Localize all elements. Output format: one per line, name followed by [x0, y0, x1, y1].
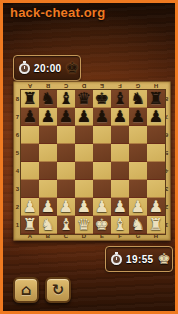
square-f7[interactable]: ♟: [111, 108, 129, 126]
square-d5[interactable]: [75, 144, 93, 162]
square-f6[interactable]: [111, 126, 129, 144]
rank-label: 2: [14, 198, 21, 216]
watermark-text: hack-cheat.org: [10, 5, 105, 20]
file-label: A: [21, 233, 39, 240]
piece-white-bishop[interactable]: ♝: [113, 216, 127, 234]
piece-white-king[interactable]: ♚: [95, 216, 109, 234]
restart-icon: ↻: [52, 279, 65, 301]
piece-black-rook[interactable]: ♜: [149, 90, 163, 108]
square-a7[interactable]: ♟: [21, 108, 39, 126]
square-g6[interactable]: [129, 126, 147, 144]
square-f8[interactable]: ♝: [111, 90, 129, 108]
square-g8[interactable]: ♞: [129, 90, 147, 108]
square-f5[interactable]: [111, 144, 129, 162]
square-b3[interactable]: [39, 180, 57, 198]
square-h5[interactable]: [147, 144, 165, 162]
piece-black-pawn[interactable]: ♟: [131, 108, 145, 126]
square-g3[interactable]: [129, 180, 147, 198]
black-clock-time: 20:00: [34, 63, 62, 74]
square-h8[interactable]: ♜: [147, 90, 165, 108]
square-g1[interactable]: ♞: [129, 216, 147, 234]
square-a4[interactable]: [21, 162, 39, 180]
square-a8[interactable]: ♜: [21, 90, 39, 108]
square-b4[interactable]: [39, 162, 57, 180]
square-h1[interactable]: ♜: [147, 216, 165, 234]
piece-white-pawn[interactable]: ♟: [77, 198, 91, 216]
stopwatch-icon: [19, 63, 30, 74]
rank-label: 1: [14, 216, 21, 234]
piece-black-pawn[interactable]: ♟: [77, 108, 91, 126]
file-label: B: [39, 82, 57, 89]
file-label: G: [129, 233, 147, 240]
square-h6[interactable]: [147, 126, 165, 144]
file-label: C: [57, 233, 75, 240]
square-f3[interactable]: [111, 180, 129, 198]
square-f4[interactable]: [111, 162, 129, 180]
square-h2[interactable]: ♟: [147, 198, 165, 216]
file-label: F: [111, 233, 129, 240]
piece-white-queen[interactable]: ♛: [77, 216, 91, 234]
piece-white-knight[interactable]: ♞: [131, 216, 145, 234]
file-label: E: [93, 82, 111, 89]
square-d4[interactable]: [75, 162, 93, 180]
home-icon: ⌂: [21, 279, 32, 301]
file-label: H: [147, 82, 165, 89]
rank-label: 7: [14, 108, 21, 126]
square-h4[interactable]: [147, 162, 165, 180]
square-c5[interactable]: [57, 144, 75, 162]
black-king-icon: ♚: [66, 61, 79, 76]
white-clock-panel: 19:55 ♚: [105, 246, 173, 272]
file-labels-bottom: ABCDEFGH: [21, 233, 165, 240]
square-d8[interactable]: ♛: [75, 90, 93, 108]
piece-white-knight[interactable]: ♞: [41, 216, 55, 234]
square-c4[interactable]: [57, 162, 75, 180]
piece-black-pawn[interactable]: ♟: [41, 108, 55, 126]
square-e4[interactable]: [93, 162, 111, 180]
file-label: D: [75, 233, 93, 240]
square-c2[interactable]: ♟: [57, 198, 75, 216]
piece-black-pawn[interactable]: ♟: [59, 108, 73, 126]
piece-black-knight[interactable]: ♞: [131, 90, 145, 108]
chess-board[interactable]: ABCDEFGH 87654321 87654321 ABCDEFGH ♜♞♝♛…: [13, 81, 171, 241]
piece-black-queen[interactable]: ♛: [77, 90, 91, 108]
file-label: H: [147, 233, 165, 240]
square-e1[interactable]: ♚: [93, 216, 111, 234]
piece-white-pawn[interactable]: ♟: [23, 198, 37, 216]
square-b6[interactable]: [39, 126, 57, 144]
square-e3[interactable]: [93, 180, 111, 198]
square-e5[interactable]: [93, 144, 111, 162]
square-d7[interactable]: ♟: [75, 108, 93, 126]
home-button[interactable]: ⌂: [13, 277, 39, 303]
piece-white-pawn[interactable]: ♟: [149, 198, 163, 216]
white-clock-time: 19:55: [126, 254, 154, 265]
square-g5[interactable]: [129, 144, 147, 162]
square-a2[interactable]: ♟: [21, 198, 39, 216]
rank-label: 5: [14, 144, 21, 162]
file-labels-top: ABCDEFGH: [21, 82, 165, 89]
file-label: A: [21, 82, 39, 89]
square-c8[interactable]: ♝: [57, 90, 75, 108]
square-g7[interactable]: ♟: [129, 108, 147, 126]
square-b8[interactable]: ♞: [39, 90, 57, 108]
piece-black-pawn[interactable]: ♟: [149, 108, 163, 126]
square-h3[interactable]: [147, 180, 165, 198]
piece-white-rook[interactable]: ♜: [149, 216, 163, 234]
piece-white-pawn[interactable]: ♟: [131, 198, 145, 216]
square-b5[interactable]: [39, 144, 57, 162]
piece-white-bishop[interactable]: ♝: [59, 216, 73, 234]
square-d3[interactable]: [75, 180, 93, 198]
square-e6[interactable]: [93, 126, 111, 144]
black-clock-panel: 20:00 ♚: [13, 55, 81, 81]
piece-black-rook[interactable]: ♜: [23, 90, 37, 108]
square-c3[interactable]: [57, 180, 75, 198]
piece-white-pawn[interactable]: ♟: [95, 198, 109, 216]
rank-label: 4: [14, 162, 21, 180]
rank-label: 8: [14, 90, 21, 108]
white-king-icon: ♚: [158, 252, 171, 267]
square-f1[interactable]: ♝: [111, 216, 129, 234]
rank-label: 6: [14, 126, 21, 144]
piece-black-bishop[interactable]: ♝: [113, 90, 127, 108]
piece-white-rook[interactable]: ♜: [23, 216, 37, 234]
file-label: C: [57, 82, 75, 89]
piece-black-knight[interactable]: ♞: [41, 90, 55, 108]
square-d6[interactable]: [75, 126, 93, 144]
square-g4[interactable]: [129, 162, 147, 180]
file-label: E: [93, 233, 111, 240]
square-e8[interactable]: ♚: [93, 90, 111, 108]
square-c1[interactable]: ♝: [57, 216, 75, 234]
piece-black-pawn[interactable]: ♟: [23, 108, 37, 126]
square-c7[interactable]: ♟: [57, 108, 75, 126]
square-a5[interactable]: [21, 144, 39, 162]
square-e2[interactable]: ♟: [93, 198, 111, 216]
file-label: B: [39, 233, 57, 240]
rank-label: 3: [14, 180, 21, 198]
piece-white-pawn[interactable]: ♟: [41, 198, 55, 216]
board-grid: ♜♞♝♛♚♝♞♜♟♟♟♟♟♟♟♟♟♟♟♟♟♟♟♟♜♞♝♛♚♝♞♜: [21, 90, 165, 234]
file-label: D: [75, 82, 93, 89]
square-b1[interactable]: ♞: [39, 216, 57, 234]
piece-black-pawn[interactable]: ♟: [113, 108, 127, 126]
rank-labels-left: 87654321: [14, 90, 21, 234]
square-g2[interactable]: ♟: [129, 198, 147, 216]
square-b7[interactable]: ♟: [39, 108, 57, 126]
square-f2[interactable]: ♟: [111, 198, 129, 216]
square-a6[interactable]: [21, 126, 39, 144]
square-a3[interactable]: [21, 180, 39, 198]
piece-black-king[interactable]: ♚: [95, 90, 109, 108]
square-h7[interactable]: ♟: [147, 108, 165, 126]
stopwatch-icon: [111, 254, 122, 265]
piece-white-pawn[interactable]: ♟: [59, 198, 73, 216]
square-d1[interactable]: ♛: [75, 216, 93, 234]
file-label: G: [129, 82, 147, 89]
square-e7[interactable]: ♟: [93, 108, 111, 126]
square-c6[interactable]: [57, 126, 75, 144]
square-a1[interactable]: ♜: [21, 216, 39, 234]
piece-white-pawn[interactable]: ♟: [113, 198, 127, 216]
file-label: F: [111, 82, 129, 89]
square-b2[interactable]: ♟: [39, 198, 57, 216]
chess-app-screen: hack-cheat.org 20:00 ♚ ABCDEFGH 87654321…: [0, 0, 178, 314]
piece-black-pawn[interactable]: ♟: [95, 108, 109, 126]
square-d2[interactable]: ♟: [75, 198, 93, 216]
piece-black-bishop[interactable]: ♝: [59, 90, 73, 108]
restart-button[interactable]: ↻: [45, 277, 71, 303]
